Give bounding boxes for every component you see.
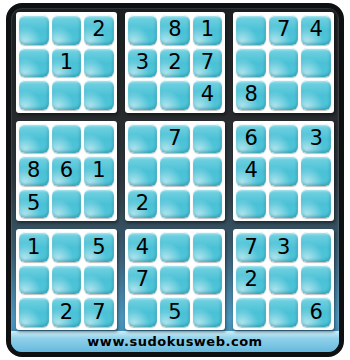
cell-r9c6[interactable]	[193, 297, 223, 327]
cell-r9c1[interactable]	[19, 297, 49, 327]
cell-r8c7[interactable]: 2	[236, 265, 266, 295]
cell-r9c4[interactable]	[128, 297, 158, 327]
cell-r6c9[interactable]	[301, 189, 331, 219]
box-2: 813274	[125, 12, 226, 113]
cell-r8c8[interactable]	[269, 265, 299, 295]
cell-r5c4[interactable]	[128, 156, 158, 186]
cell-r2c1[interactable]	[19, 48, 49, 78]
cell-r8c6[interactable]	[193, 265, 223, 295]
cell-r1c8[interactable]: 7	[269, 15, 299, 45]
box-5: 72	[125, 121, 226, 222]
cell-r8c3[interactable]	[84, 265, 114, 295]
cell-r5c1[interactable]: 8	[19, 156, 49, 186]
cell-r3c9[interactable]	[301, 80, 331, 110]
cell-r5c5[interactable]	[160, 156, 190, 186]
cell-r7c4[interactable]: 4	[128, 232, 158, 262]
cell-r8c2[interactable]	[52, 265, 82, 295]
board-frame: 2181327474886157263415274757326 www.sudo…	[6, 3, 344, 357]
cell-r6c3[interactable]	[84, 189, 114, 219]
cell-r9c7[interactable]	[236, 297, 266, 327]
cell-r1c1[interactable]	[19, 15, 49, 45]
footer-band: www.sudokusweb.com	[11, 331, 339, 352]
cell-r1c6[interactable]: 1	[193, 15, 223, 45]
cell-r2c9[interactable]	[301, 48, 331, 78]
cell-r7c1[interactable]: 1	[19, 232, 49, 262]
cell-r8c4[interactable]: 7	[128, 265, 158, 295]
cell-r6c2[interactable]	[52, 189, 82, 219]
cell-r5c7[interactable]: 4	[236, 156, 266, 186]
cell-r3c4[interactable]	[128, 80, 158, 110]
cell-r3c8[interactable]	[269, 80, 299, 110]
cell-r7c3[interactable]: 5	[84, 232, 114, 262]
cell-r9c8[interactable]	[269, 297, 299, 327]
cell-r5c8[interactable]	[269, 156, 299, 186]
cell-r7c7[interactable]: 7	[236, 232, 266, 262]
box-8: 475	[125, 229, 226, 330]
cell-r4c6[interactable]	[193, 124, 223, 154]
cell-r3c6[interactable]: 4	[193, 80, 223, 110]
cell-r5c9[interactable]	[301, 156, 331, 186]
cell-r4c9[interactable]: 3	[301, 124, 331, 154]
cell-r2c7[interactable]	[236, 48, 266, 78]
cell-r4c8[interactable]	[269, 124, 299, 154]
cell-r1c9[interactable]: 4	[301, 15, 331, 45]
cell-r8c9[interactable]	[301, 265, 331, 295]
sudoku-page: 2181327474886157263415274757326 www.sudo…	[0, 0, 350, 360]
cell-r2c4[interactable]: 3	[128, 48, 158, 78]
cell-r6c5[interactable]	[160, 189, 190, 219]
cell-r9c2[interactable]: 2	[52, 297, 82, 327]
cell-r4c4[interactable]	[128, 124, 158, 154]
cell-r5c6[interactable]	[193, 156, 223, 186]
cell-r6c4[interactable]: 2	[128, 189, 158, 219]
cell-r3c3[interactable]	[84, 80, 114, 110]
cell-r1c2[interactable]	[52, 15, 82, 45]
cell-r6c6[interactable]	[193, 189, 223, 219]
sudoku-board: 2181327474886157263415274757326	[16, 12, 334, 330]
cell-r1c4[interactable]	[128, 15, 158, 45]
cell-r7c8[interactable]: 3	[269, 232, 299, 262]
cell-r2c3[interactable]	[84, 48, 114, 78]
cell-r3c1[interactable]	[19, 80, 49, 110]
cell-r1c5[interactable]: 8	[160, 15, 190, 45]
cell-r6c1[interactable]: 5	[19, 189, 49, 219]
cell-r4c2[interactable]	[52, 124, 82, 154]
cell-r5c2[interactable]: 6	[52, 156, 82, 186]
cell-r2c5[interactable]: 2	[160, 48, 190, 78]
cell-r8c1[interactable]	[19, 265, 49, 295]
cell-r7c9[interactable]	[301, 232, 331, 262]
cell-r3c5[interactable]	[160, 80, 190, 110]
cell-r6c8[interactable]	[269, 189, 299, 219]
cell-r7c5[interactable]	[160, 232, 190, 262]
cell-r9c3[interactable]: 7	[84, 297, 114, 327]
cell-r1c3[interactable]: 2	[84, 15, 114, 45]
cell-r2c8[interactable]	[269, 48, 299, 78]
cell-r9c5[interactable]: 5	[160, 297, 190, 327]
cell-r2c6[interactable]: 7	[193, 48, 223, 78]
box-6: 634	[233, 121, 334, 222]
site-url-link[interactable]: www.sudokusweb.com	[87, 334, 262, 349]
cell-r7c2[interactable]	[52, 232, 82, 262]
box-7: 1527	[16, 229, 117, 330]
cell-r9c9[interactable]: 6	[301, 297, 331, 327]
box-4: 8615	[16, 121, 117, 222]
cell-r4c5[interactable]: 7	[160, 124, 190, 154]
cell-r3c2[interactable]	[52, 80, 82, 110]
cell-r7c6[interactable]	[193, 232, 223, 262]
box-9: 7326	[233, 229, 334, 330]
cell-r2c2[interactable]: 1	[52, 48, 82, 78]
cell-r4c7[interactable]: 6	[236, 124, 266, 154]
cell-r5c3[interactable]: 1	[84, 156, 114, 186]
box-3: 748	[233, 12, 334, 113]
cell-r4c1[interactable]	[19, 124, 49, 154]
box-1: 21	[16, 12, 117, 113]
cell-r8c5[interactable]	[160, 265, 190, 295]
cell-r4c3[interactable]	[84, 124, 114, 154]
cell-r3c7[interactable]: 8	[236, 80, 266, 110]
cell-r6c7[interactable]	[236, 189, 266, 219]
cell-r1c7[interactable]	[236, 15, 266, 45]
